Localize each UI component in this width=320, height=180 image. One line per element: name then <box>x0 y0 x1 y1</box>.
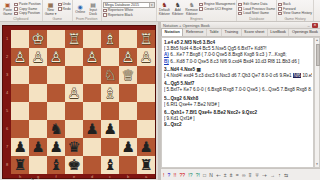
black-pawn-piece[interactable]: ♟ <box>104 121 117 137</box>
square-b7[interactable]: ♟ <box>119 138 137 156</box>
square-h8[interactable]: ♜ <box>11 156 29 174</box>
annotation-symbol-[interactable]: +- <box>216 170 221 180</box>
square-a8[interactable]: ♜ <box>137 156 155 174</box>
square-c7[interactable] <box>101 138 119 156</box>
annotation-symbol-[interactable]: ± <box>224 170 227 180</box>
view-game-history-icon <box>278 12 282 16</box>
current-move[interactable]: Nf6 <box>293 73 301 78</box>
annotation-symbol-[interactable]: → <box>270 170 275 180</box>
repertoire-white-icon <box>103 9 107 13</box>
ribbon-group-caption: Engines <box>158 17 236 21</box>
annotation-symbol-[interactable]: ⩱ <box>249 170 252 180</box>
black-pawn-piece[interactable]: ♟ <box>140 139 153 155</box>
redo-icon <box>58 7 62 11</box>
square-h5[interactable] <box>11 102 29 120</box>
file-label-c: c <box>101 174 119 179</box>
square-c2[interactable] <box>101 48 119 66</box>
square-h1[interactable] <box>11 30 29 48</box>
square-c6[interactable]: ♟ <box>101 120 119 138</box>
square-a4[interactable] <box>137 84 155 102</box>
file-label-f: f <box>47 174 65 179</box>
square-e6[interactable] <box>65 120 83 138</box>
rank-label-1: 1 <box>3 30 11 48</box>
ribbon-group-caption: From Position <box>74 17 100 21</box>
rank-label-3: 3 <box>3 66 11 84</box>
load-previous-game-icon <box>238 7 242 11</box>
button-label: Copy Position <box>19 11 40 16</box>
annotation-symbol-[interactable]: ! <box>163 170 164 180</box>
button-label: Create UCI Engine <box>204 7 232 12</box>
square-b5[interactable] <box>119 102 137 120</box>
white-pawn-piece[interactable]: ♙ <box>140 49 153 65</box>
annotation-symbol-[interactable]: -+ <box>262 170 267 180</box>
annotation-symbol-[interactable]: ? <box>168 170 171 180</box>
white-bishop-piece[interactable]: ♗ <box>104 31 117 47</box>
button-label: Remove Kibitzer <box>185 9 198 16</box>
black-bishop-piece[interactable]: ♝ <box>104 157 117 173</box>
move-text[interactable]: 6...Qxh1+ 7.Bf1 Qxe4+ 8.Be2 Nxc2+ 9.Qxc2 <box>164 110 257 115</box>
square-d4[interactable] <box>83 84 101 102</box>
white-queen-piece[interactable]: ♕ <box>122 67 135 83</box>
square-a7[interactable]: ♟ <box>137 138 155 156</box>
diagram-icon[interactable]: ▦ <box>196 67 200 72</box>
rank-label-8: 8 <box>3 156 11 174</box>
annotation-symbol-[interactable]: = <box>236 170 239 180</box>
square-a3[interactable] <box>137 66 155 84</box>
square-d7[interactable] <box>83 138 101 156</box>
scroll-down-icon[interactable]: ▼ <box>315 162 319 167</box>
annotation-symbol-[interactable]: ?! <box>196 170 200 180</box>
file-label-d: d <box>83 174 101 179</box>
load-next-game-button[interactable]: Load Next Game <box>238 11 275 16</box>
square-h2[interactable]: ♙ <box>11 48 29 66</box>
view-game-history-button[interactable]: View Game History <box>278 11 312 16</box>
tab-score-sheet[interactable]: Score sheet <box>242 29 268 36</box>
annotation-symbol-[interactable]: ?? <box>180 170 186 180</box>
white-rook-piece[interactable]: ♖ <box>68 31 81 47</box>
file-label-b: b <box>119 174 137 179</box>
square-b4[interactable] <box>119 84 137 102</box>
move-text[interactable]: 9...Qxc2 <box>164 122 182 127</box>
reference-database-combo[interactable]: Mega Database 2015▾ <box>103 2 155 8</box>
square-c8[interactable]: ♝ <box>101 156 119 174</box>
square-e7[interactable]: ♛ <box>65 138 83 156</box>
square-b6[interactable] <box>119 120 137 138</box>
create-uci-engine-button[interactable]: Create UCI Engine <box>199 7 235 12</box>
ribbon-group-caption: Clipboard <box>1 17 41 21</box>
annotation-symbol-[interactable]: ∞ <box>242 170 246 180</box>
tab-reference[interactable]: Reference <box>183 29 207 36</box>
button-label: Paste Game <box>3 9 12 16</box>
square-d5[interactable] <box>83 102 101 120</box>
ribbon-group-game-history: BackForwardView Game HistoryGame History <box>277 0 314 21</box>
annotation-symbol-[interactable]: □ <box>203 170 206 180</box>
square-d2[interactable]: ♙ <box>83 48 101 66</box>
move-text[interactable]: 10.e5! ] <box>301 73 312 78</box>
annotation-symbol-n[interactable]: N <box>209 170 213 180</box>
square-c4[interactable]: ♗ <box>101 84 119 102</box>
minimize-icon[interactable]: – <box>306 24 311 28</box>
square-g8[interactable] <box>29 156 47 174</box>
file-label-a: a <box>137 174 155 179</box>
move-text[interactable]: 5...Qxg2 6.Nxh8 <box>164 96 198 101</box>
close-icon[interactable]: ✕ <box>312 23 318 28</box>
move-text[interactable]: 3...Nd4 4.Nxe5 <box>164 67 196 72</box>
annotation-symbol-[interactable]: ↑ <box>278 170 281 180</box>
white-pawn-piece[interactable]: ♙ <box>32 49 45 65</box>
square-g7[interactable]: ♟ <box>29 138 47 156</box>
square-h4[interactable] <box>11 84 29 102</box>
redo-button[interactable]: Redo <box>58 7 71 12</box>
black-king-piece[interactable]: ♚ <box>68 157 81 173</box>
square-a5[interactable] <box>137 102 155 120</box>
square-a1[interactable]: ♖ <box>137 30 155 48</box>
variation-moves[interactable]: [ 5.Bxf7+ Ke7 6.0-0 ( 6.Bxg8 Rxg8 7.0-0 … <box>164 87 312 93</box>
white-king-piece[interactable]: ♔ <box>32 31 45 47</box>
square-e1[interactable]: ♖ <box>65 30 83 48</box>
black-pawn-piece[interactable]: ♟ <box>14 139 27 155</box>
square-g1[interactable]: ♔ <box>29 30 47 48</box>
rank-label-6: 6 <box>3 120 11 138</box>
annotation-symbol-[interactable]: ⩲ <box>230 170 233 180</box>
undo-icon <box>58 3 62 7</box>
file-label-g: g <box>29 174 47 179</box>
square-g3[interactable] <box>29 66 47 84</box>
create-uci-engine-icon <box>199 7 203 11</box>
move-text[interactable]: [ 4.Nxd4! exd4 5.c3 dxc3 6.Nxc3 d6 7.Qb3… <box>164 73 293 78</box>
square-f3[interactable] <box>47 66 65 84</box>
notation-text[interactable]: 1.e4 e5 2.Nf3 Nc6 3.Bc4[ 3.Bb5 Nd4 4.Bc4… <box>161 37 314 168</box>
engine-management-icon <box>199 3 203 7</box>
square-g6[interactable] <box>29 120 47 138</box>
repertoire-black-icon <box>103 13 107 17</box>
move-text[interactable]: [ 5.Bxf7+ Ke7 6.0-0 ( 6.Bxg8 Rxg8 7.0-0 … <box>164 87 312 92</box>
annotation-symbol-[interactable]: ∓ <box>255 170 259 180</box>
white-pawn-piece[interactable]: ♙ <box>50 49 63 65</box>
square-h7[interactable]: ♟ <box>11 138 29 156</box>
tab-livebook[interactable]: LiveBook <box>268 29 290 36</box>
rank-label-4: 4 <box>3 84 11 102</box>
button-label: New Game ▾ <box>45 9 57 16</box>
square-f4[interactable] <box>47 84 65 102</box>
button-label: Redo <box>63 7 71 12</box>
square-b1[interactable] <box>119 30 137 48</box>
rank-label-7: 7 <box>3 138 11 156</box>
white-pawn-piece[interactable]: ♙ <box>68 85 81 101</box>
ribbon-toolbar: ▣Paste GamePaste PositionCopy GameCopy P… <box>0 0 320 22</box>
white-rook-piece[interactable]: ♖ <box>140 31 153 47</box>
move-text[interactable]: 1.e4 e5 2.Nf3 Nc6 3.Bc4 <box>164 40 215 45</box>
square-e3[interactable] <box>65 66 83 84</box>
edit-game-data-icon <box>238 3 242 7</box>
ribbon-group-clipboard: ▣Paste GamePaste PositionCopy GameCopy P… <box>0 0 43 21</box>
rank-label-5: 5 <box>3 102 11 120</box>
annotation-symbol-[interactable]: ⇆ <box>284 170 288 180</box>
chessbase-window: ▣Paste GamePaste PositionCopy GameCopy P… <box>0 0 320 180</box>
white-pawn-piece[interactable]: ♙ <box>122 49 135 65</box>
square-c3[interactable]: ♘ <box>101 66 119 84</box>
ribbon-group-engines: ♞Default Kibitzer♞Add Kibitzer♞Remove Ki… <box>157 0 238 21</box>
black-pawn-piece[interactable]: ♟ <box>32 139 45 155</box>
tab-table[interactable]: Table <box>207 29 222 36</box>
paste-position-icon <box>14 3 18 7</box>
tab-training[interactable]: Training <box>222 29 242 36</box>
black-rook-piece[interactable]: ♜ <box>140 157 153 173</box>
notation-pane: Notation + Openings Book – ✕ NotationRef… <box>161 22 320 180</box>
input-dock-button[interactable]: ▤Input Dock <box>87 1 100 17</box>
annotation-symbol-[interactable]: !? <box>188 170 192 180</box>
square-f1[interactable] <box>47 30 65 48</box>
forward-icon <box>278 7 282 11</box>
move-text[interactable]: [ 6.Rf1 Qxe4+ 7.Be2 Nf3# ] <box>164 102 219 107</box>
ribbon-group-database: Edit Game DataLoad Previous GameLoad Nex… <box>237 0 277 21</box>
move-text[interactable]: 6...Kd8 7.0-0 Qxe5 8.c3 Nf6 9.cxd4 Bxd4 … <box>169 59 299 64</box>
move-text[interactable]: [ 3.Bb5 Nd4 4.Bc4 Bc5 5.Nxe5 Qg5 6.Bxf7+… <box>164 46 267 51</box>
button-label: Add Kibitzer <box>172 9 183 16</box>
rank-labels: 12345678 <box>3 30 11 174</box>
variation-moves[interactable]: B) 6...Kd8 7.0-0 Qxe5 8.c3 Nf6 9.cxd4 Bx… <box>164 59 312 65</box>
move-text[interactable]: 4...Qg5 5.Nxf7 <box>164 81 194 86</box>
white-knight-piece[interactable]: ♘ <box>104 67 117 83</box>
move-text[interactable]: [ 9.Kd1 Qxf1# ] <box>164 116 195 121</box>
copy-game-icon <box>14 7 18 11</box>
white-pawn-piece[interactable]: ♙ <box>14 49 27 65</box>
black-bishop-piece[interactable]: ♝ <box>50 157 63 173</box>
notation-scrollbar[interactable]: ▲ ▼ <box>314 37 320 168</box>
square-b2[interactable]: ♙ <box>119 48 137 66</box>
ribbon-group-caption <box>103 17 155 21</box>
square-e4[interactable]: ♙ <box>65 84 83 102</box>
white-bishop-piece[interactable]: ♗ <box>104 85 117 101</box>
scroll-up-icon[interactable]: ▲ <box>315 38 319 43</box>
white-pawn-piece[interactable]: ♙ <box>86 49 99 65</box>
ribbon-group-caption: Database <box>238 17 275 21</box>
black-queen-piece[interactable]: ♛ <box>68 139 81 155</box>
square-f5[interactable] <box>47 102 65 120</box>
copy-position-button[interactable]: Copy Position <box>14 11 41 16</box>
black-knight-piece[interactable]: ♞ <box>50 121 63 137</box>
back-icon <box>278 3 282 7</box>
square-d3[interactable] <box>83 66 101 84</box>
square-h3[interactable] <box>11 66 29 84</box>
default-kibitzer-button[interactable]: ♞Default Kibitzer <box>158 1 171 17</box>
ribbon-group-from-position: ◉Online▤Input DockFrom Position <box>73 0 102 21</box>
square-d6[interactable]: ♟ <box>83 120 101 138</box>
chess-board: 12345678 ♔♖♗♖♙♙♙♙♙♙♘♕♙♗♞♟♟♟♟♟♛♟♟♜♝♚♝♜ hg… <box>2 25 156 179</box>
ribbon-group-caption: Game History <box>278 17 312 21</box>
square-g5[interactable] <box>29 102 47 120</box>
square-f7[interactable]: ♟ <box>47 138 65 156</box>
square-c1[interactable]: ♗ <box>101 30 119 48</box>
black-pawn-piece[interactable]: ♟ <box>50 139 63 155</box>
remove-kibitzer-button[interactable]: ♞Remove Kibitzer <box>184 1 199 17</box>
button-label: Default Kibitzer <box>159 9 170 16</box>
board-grid[interactable]: ♔♖♗♖♙♙♙♙♙♙♘♕♙♗♞♟♟♟♟♟♛♟♟♜♝♚♝♜ <box>11 30 155 174</box>
black-pawn-piece[interactable]: ♟ <box>86 121 99 137</box>
square-f2[interactable]: ♙ <box>47 48 65 66</box>
online-button[interactable]: ◉Online <box>74 1 87 17</box>
scroll-thumb[interactable] <box>316 44 320 66</box>
mainline-moves[interactable]: 9...Qxc2 <box>164 122 312 128</box>
variation-moves[interactable]: [ 4.Nxd4! exd4 5.c3 dxc3 6.Nxc3 d6 7.Qb3… <box>164 73 312 79</box>
square-e8[interactable]: ♚ <box>65 156 83 174</box>
square-h6[interactable] <box>11 120 29 138</box>
ribbon-group-caption: Game <box>44 17 71 21</box>
annotation-symbol-bar: !?!!??!??!□N+-±⩲=∞⩱∓-+→↑⇆ <box>161 168 320 180</box>
file-label-e: e <box>65 174 83 179</box>
add-kibitzer-button[interactable]: ♞Add Kibitzer <box>171 1 184 17</box>
black-pawn-piece[interactable]: ♟ <box>122 139 135 155</box>
square-a6[interactable] <box>137 120 155 138</box>
square-b8[interactable] <box>119 156 137 174</box>
square-e2[interactable] <box>65 48 83 66</box>
square-g2[interactable]: ♙ <box>29 48 47 66</box>
tab-openings-book[interactable]: Openings Book <box>289 29 320 36</box>
square-d1[interactable] <box>83 30 101 48</box>
ribbon-group-reference: Mega Database 2015▾Repertoire WhiteReper… <box>102 0 157 21</box>
chevron-down-icon[interactable]: ▾ <box>149 3 154 7</box>
button-label: Input Dock <box>89 9 97 16</box>
button-label: Online <box>75 11 85 15</box>
square-g4[interactable] <box>29 84 47 102</box>
black-rook-piece[interactable]: ♜ <box>14 157 27 173</box>
button-label: View Game History <box>283 11 312 16</box>
file-label-h: h <box>11 174 29 179</box>
variation-moves[interactable]: [ 6.Rf1 Qxe4+ 7.Be2 Nf3# ] <box>164 102 312 108</box>
ribbon-group-game: ▦New Game ▾UndoRedoGame <box>43 0 73 21</box>
square-e5[interactable] <box>65 102 83 120</box>
paste-game-button[interactable]: ▣Paste Game <box>1 1 14 17</box>
load-next-game-icon <box>238 12 242 16</box>
copy-position-icon <box>14 12 18 16</box>
move-text[interactable]: 6...Ke7 7.Bxg8 ( 7.0-0 Qxe5 8.Bxg8 Kxg8 … <box>169 52 287 57</box>
notation-pane-header: Notation + Openings Book – ✕ <box>161 22 320 29</box>
square-c5[interactable] <box>101 102 119 120</box>
square-b3[interactable]: ♕ <box>119 66 137 84</box>
button-label: Load Next Game <box>243 11 269 16</box>
square-f8[interactable]: ♝ <box>47 156 65 174</box>
square-d8[interactable] <box>83 156 101 174</box>
annotation-symbol-[interactable]: !! <box>174 170 177 180</box>
square-f6[interactable]: ♞ <box>47 120 65 138</box>
rank-label-2: 2 <box>3 48 11 66</box>
board-pane: 12345678 ♔♖♗♖♙♙♙♙♙♙♘♕♙♗♞♟♟♟♟♟♛♟♟♜♝♚♝♜ hg… <box>0 22 158 180</box>
new-game-button[interactable]: ▦New Game ▾ <box>44 1 58 17</box>
tab-notation[interactable]: Notation <box>161 28 183 36</box>
file-labels: hgfedcba <box>11 174 155 179</box>
notation-tab-bar: NotationReferenceTableTrainingScore shee… <box>161 29 320 37</box>
square-a2[interactable]: ♙ <box>137 48 155 66</box>
